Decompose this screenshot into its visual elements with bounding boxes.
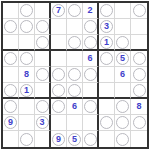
cell-r2c7[interactable]: 3 — [99, 19, 115, 35]
cell-r3c2[interactable] — [19, 35, 35, 51]
given-digit: 3 — [39, 118, 44, 127]
odd-marker-circle — [133, 84, 146, 97]
cell-r1c2[interactable] — [19, 3, 35, 19]
cell-r3c6[interactable] — [83, 35, 99, 51]
cell-r8c5[interactable] — [67, 115, 83, 131]
cell-r3c1[interactable] — [3, 35, 19, 51]
odd-marker-circle — [4, 100, 17, 113]
cell-r8c1[interactable]: 9 — [3, 115, 19, 131]
cell-r8c2[interactable] — [19, 115, 35, 131]
cell-r8c8[interactable] — [115, 115, 131, 131]
cell-r3c3[interactable] — [35, 35, 51, 51]
odd-marker-circle — [20, 4, 33, 17]
cell-r4c3[interactable] — [35, 51, 51, 67]
odd-marker-circle — [133, 116, 146, 129]
sudoku-board-wrap: 723165861689395 — [0, 0, 150, 150]
cell-r5c8[interactable]: 6 — [115, 67, 131, 83]
cell-r4c4[interactable] — [51, 51, 67, 67]
given-digit: 8 — [136, 102, 141, 111]
cell-r9c3[interactable] — [35, 131, 51, 147]
odd-marker-circle — [20, 133, 33, 146]
cell-r9c4[interactable]: 9 — [51, 131, 67, 147]
cell-r2c5[interactable] — [67, 19, 83, 35]
cell-r9c2[interactable] — [19, 131, 35, 147]
odd-marker-circle: 3 — [36, 116, 49, 129]
cell-r3c4[interactable] — [51, 35, 67, 51]
odd-marker-circle — [84, 133, 97, 146]
cell-r5c2[interactable]: 8 — [19, 67, 35, 83]
given-digit: 2 — [87, 6, 92, 15]
cell-r2c4[interactable] — [51, 19, 67, 35]
cell-r5c9[interactable] — [131, 67, 147, 83]
given-digit: 7 — [56, 6, 61, 15]
odd-marker-circle — [100, 52, 113, 65]
odd-marker-circle: 5 — [116, 52, 129, 65]
odd-marker-circle — [68, 36, 81, 49]
odd-marker-circle: 5 — [68, 133, 81, 146]
cell-r6c6[interactable] — [83, 83, 99, 99]
odd-marker-circle — [4, 52, 17, 65]
cell-r4c2[interactable] — [19, 51, 35, 67]
cell-r2c6[interactable] — [83, 19, 99, 35]
cell-r9c6[interactable] — [83, 131, 99, 147]
cell-r5c7[interactable] — [99, 67, 115, 83]
cell-r7c7[interactable] — [99, 99, 115, 115]
cell-r1c6[interactable]: 2 — [83, 3, 99, 19]
cell-r5c1[interactable] — [3, 67, 19, 83]
cell-r3c5[interactable] — [67, 35, 83, 51]
odd-marker-circle — [36, 68, 49, 81]
cell-r6c5[interactable] — [67, 83, 83, 99]
cell-r1c5[interactable] — [67, 3, 83, 19]
odd-marker-circle — [52, 68, 65, 81]
odd-marker-circle — [100, 116, 113, 129]
odd-marker-circle — [4, 84, 17, 97]
odd-marker-circle — [68, 84, 81, 97]
odd-marker-circle — [116, 116, 129, 129]
cell-r3c7[interactable]: 1 — [99, 35, 115, 51]
cell-r7c6[interactable] — [83, 99, 99, 115]
odd-marker-circle: 3 — [100, 20, 113, 33]
cell-r4c9[interactable] — [131, 51, 147, 67]
odd-marker-circle — [116, 100, 129, 113]
cell-r1c1[interactable] — [3, 3, 19, 19]
cell-r7c5[interactable]: 6 — [67, 99, 83, 115]
cell-r7c3[interactable] — [35, 99, 51, 115]
odd-marker-circle — [133, 68, 146, 81]
given-digit: 8 — [24, 70, 29, 79]
cell-r7c4[interactable] — [51, 99, 67, 115]
cell-r5c5[interactable] — [67, 67, 83, 83]
cell-r4c6[interactable]: 6 — [83, 51, 99, 67]
odd-marker-circle — [4, 20, 17, 33]
cell-r4c7[interactable] — [99, 51, 115, 67]
cell-r4c5[interactable] — [67, 51, 83, 67]
cell-r2c8[interactable] — [115, 19, 131, 35]
odd-marker-circle: 1 — [20, 84, 33, 97]
cell-r5c4[interactable] — [51, 67, 67, 83]
odd-marker-circle — [84, 100, 97, 113]
cell-r8c7[interactable] — [99, 115, 115, 131]
odd-marker-circle — [116, 133, 129, 146]
cell-r9c8[interactable] — [115, 131, 131, 147]
sudoku-grid: 723165861689395 — [1, 1, 149, 149]
odd-marker-circle — [68, 68, 81, 81]
cell-r9c7[interactable] — [99, 131, 115, 147]
cell-r8c9[interactable] — [131, 115, 147, 131]
given-digit: 6 — [120, 70, 125, 79]
cell-r1c3[interactable] — [35, 3, 51, 19]
odd-marker-circle — [20, 52, 33, 65]
odd-marker-circle — [84, 36, 97, 49]
odd-marker-circle — [100, 4, 113, 17]
cell-r6c2[interactable]: 1 — [19, 83, 35, 99]
cell-r8c3[interactable]: 3 — [35, 115, 51, 131]
cell-r6c7[interactable] — [99, 83, 115, 99]
cell-r7c8[interactable] — [115, 99, 131, 115]
given-digit: 9 — [8, 118, 13, 127]
odd-marker-circle: 9 — [52, 133, 65, 146]
odd-marker-circle — [52, 84, 65, 97]
cell-r1c9[interactable] — [131, 3, 147, 19]
given-digit: 9 — [56, 135, 61, 144]
cell-r5c3[interactable] — [35, 67, 51, 83]
cell-r4c1[interactable] — [3, 51, 19, 67]
cell-r2c3[interactable] — [35, 19, 51, 35]
odd-marker-circle — [68, 4, 81, 17]
cell-r6c3[interactable] — [35, 83, 51, 99]
cell-r1c4[interactable]: 7 — [51, 3, 67, 19]
cell-r1c7[interactable] — [99, 3, 115, 19]
cell-r6c4[interactable] — [51, 83, 67, 99]
given-digit: 1 — [104, 38, 109, 47]
odd-marker-circle — [133, 52, 146, 65]
odd-marker-circle: 1 — [100, 36, 113, 49]
odd-marker-circle — [84, 20, 97, 33]
given-digit: 1 — [24, 86, 29, 95]
odd-marker-circle — [133, 4, 146, 17]
cell-r9c9[interactable] — [131, 131, 147, 147]
cell-r6c1[interactable] — [3, 83, 19, 99]
cell-r8c4[interactable] — [51, 115, 67, 131]
cell-r2c9[interactable] — [131, 19, 147, 35]
given-digit: 5 — [72, 135, 77, 144]
given-digit: 3 — [104, 22, 109, 31]
odd-marker-circle — [36, 36, 49, 49]
cell-r3c8[interactable] — [115, 35, 131, 51]
given-digit: 6 — [87, 54, 92, 63]
odd-marker-circle — [52, 100, 65, 113]
cell-r7c9[interactable]: 8 — [131, 99, 147, 115]
cell-r5c6[interactable] — [83, 67, 99, 83]
odd-marker-circle: 7 — [52, 4, 65, 17]
odd-marker-circle — [20, 20, 33, 33]
cell-r4c8[interactable]: 5 — [115, 51, 131, 67]
odd-marker-circle — [84, 68, 97, 81]
given-digit: 5 — [120, 54, 125, 63]
cell-r9c5[interactable]: 5 — [67, 131, 83, 147]
cell-r8c6[interactable] — [83, 115, 99, 131]
odd-marker-circle: 9 — [4, 116, 17, 129]
cell-r7c1[interactable] — [3, 99, 19, 115]
cell-r7c2[interactable] — [19, 99, 35, 115]
cell-r9c1[interactable] — [3, 131, 19, 147]
given-digit: 6 — [72, 102, 77, 111]
odd-marker-circle — [36, 100, 49, 113]
cell-r6c8[interactable] — [115, 83, 131, 99]
cell-r1c8[interactable] — [115, 3, 131, 19]
cell-r3c9[interactable] — [131, 35, 147, 51]
cell-r2c2[interactable] — [19, 19, 35, 35]
odd-marker-circle — [36, 20, 49, 33]
cell-r2c1[interactable] — [3, 19, 19, 35]
cell-r6c9[interactable] — [131, 83, 147, 99]
odd-marker-circle — [116, 36, 129, 49]
